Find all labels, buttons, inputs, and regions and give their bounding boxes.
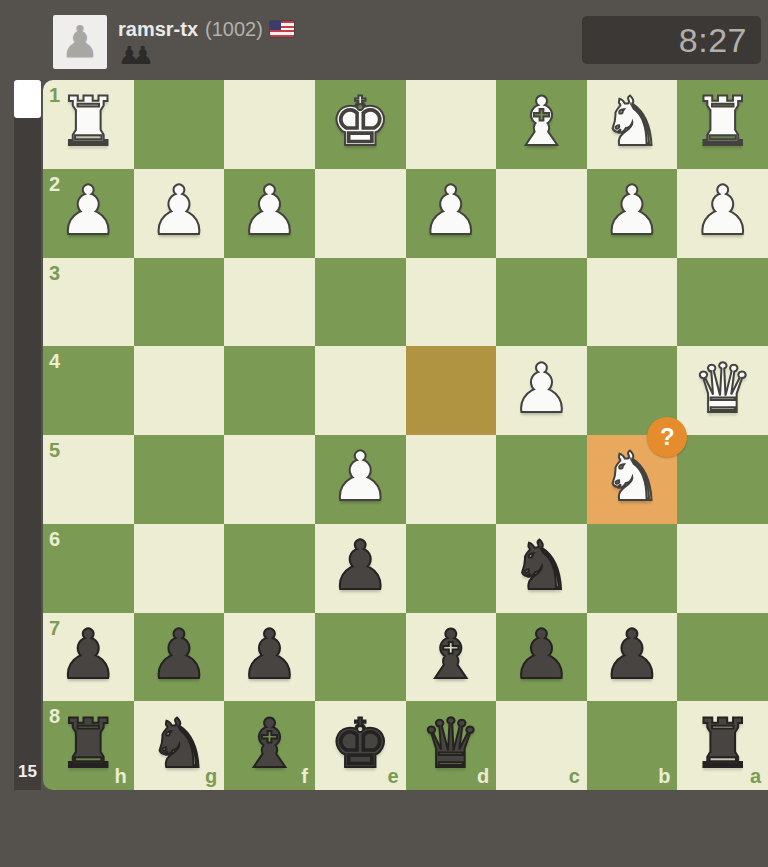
top-captured-pieces: ♟♟ [118,43,294,69]
piece-white-pawn[interactable]: ♟ [511,355,572,423]
piece-black-bishop[interactable]: ♝ [239,710,300,778]
file-label-b: b [658,766,670,786]
bottom-player-bar: satriotomo (1019) ♝ +1 8:41 [0,790,768,867]
square-d6[interactable] [406,524,497,613]
file-label-a: a [750,766,761,786]
file-label-e: e [387,766,398,786]
square-d3[interactable] [406,258,497,347]
square-a4[interactable]: ♛ [677,346,768,435]
piece-white-pawn[interactable]: ♟ [602,177,663,245]
square-h5[interactable]: 5 [43,435,134,524]
square-f4[interactable] [224,346,315,435]
square-h1[interactable]: ♜1 [43,80,134,169]
square-c3[interactable] [496,258,587,347]
rank-label-7: 7 [49,618,60,638]
square-b1[interactable]: ♞ [587,80,678,169]
piece-black-queen[interactable]: ♛ [420,710,481,778]
square-h2[interactable]: ♟2 [43,169,134,258]
square-b5[interactable]: ♞? [587,435,678,524]
square-e8[interactable]: ♚e [315,701,406,790]
square-g2[interactable]: ♟ [134,169,225,258]
square-a8[interactable]: ♜a [677,701,768,790]
piece-black-pawn[interactable]: ♟ [602,621,663,689]
square-e5[interactable]: ♟ [315,435,406,524]
square-f6[interactable] [224,524,315,613]
square-b6[interactable] [587,524,678,613]
piece-black-pawn[interactable]: ♟ [58,621,119,689]
square-h6[interactable]: 6 [43,524,134,613]
square-f3[interactable] [224,258,315,347]
eval-bar-thumb [14,80,41,118]
square-g5[interactable] [134,435,225,524]
chess-board: ♜1♚♝♞♜♟2♟♟♟♟♟34♟♛5♟♞?6♟♞♟7♟♟♝♟♟♜8h♞g♝f♚e… [43,80,768,790]
piece-black-rook[interactable]: ♜ [58,710,119,778]
square-e4[interactable] [315,346,406,435]
square-f8[interactable]: ♝f [224,701,315,790]
rank-label-3: 3 [49,263,60,283]
us-flag-icon [270,21,294,37]
file-label-d: d [477,766,489,786]
eval-bar: 15 [14,80,41,790]
captured-pawns-icon: ♟♟ [118,43,154,69]
rank-label-8: 8 [49,706,60,726]
piece-black-pawn[interactable]: ♟ [148,621,209,689]
piece-black-pawn[interactable]: ♟ [511,621,572,689]
piece-black-rook[interactable]: ♜ [692,710,753,778]
pawn-avatar-icon: ♟ [60,15,99,69]
square-d8[interactable]: ♛d [406,701,497,790]
square-f5[interactable] [224,435,315,524]
square-d1[interactable] [406,80,497,169]
square-e6[interactable]: ♟ [315,524,406,613]
piece-white-queen[interactable]: ♛ [692,355,753,423]
square-g4[interactable] [134,346,225,435]
square-h7[interactable]: ♟7 [43,613,134,702]
square-h3[interactable]: 3 [43,258,134,347]
piece-white-bishop[interactable]: ♝ [511,88,572,156]
square-c6[interactable]: ♞ [496,524,587,613]
rank-label-5: 5 [49,440,60,460]
square-a1[interactable]: ♜ [677,80,768,169]
move-number-label: 15 [14,762,41,782]
square-f1[interactable] [224,80,315,169]
square-g1[interactable] [134,80,225,169]
top-player-info[interactable]: ramsr-tx (1002) ♟♟ [118,18,294,69]
file-label-c: c [569,766,580,786]
top-player-rating: (1002) [205,18,263,41]
piece-white-pawn[interactable]: ♟ [239,177,300,245]
square-d2[interactable]: ♟ [406,169,497,258]
piece-white-knight[interactable]: ♞ [602,88,663,156]
piece-white-pawn[interactable]: ♟ [58,177,119,245]
square-b2[interactable]: ♟ [587,169,678,258]
piece-white-pawn[interactable]: ♟ [148,177,209,245]
rank-label-6: 6 [49,529,60,549]
top-player-name: ramsr-tx [118,18,198,41]
square-g6[interactable] [134,524,225,613]
top-player-clock: 8:27 [582,16,761,64]
square-d4[interactable] [406,346,497,435]
square-d5[interactable] [406,435,497,524]
square-a7[interactable] [677,613,768,702]
square-g8[interactable]: ♞g [134,701,225,790]
piece-black-king[interactable]: ♚ [330,710,391,778]
piece-black-knight[interactable]: ♞ [511,532,572,600]
square-c4[interactable]: ♟ [496,346,587,435]
square-g7[interactable]: ♟ [134,613,225,702]
square-a3[interactable] [677,258,768,347]
piece-white-pawn[interactable]: ♟ [692,177,753,245]
square-d7[interactable]: ♝ [406,613,497,702]
piece-black-pawn[interactable]: ♟ [330,532,391,600]
square-c5[interactable] [496,435,587,524]
rank-label-1: 1 [49,85,60,105]
file-label-g: g [205,766,217,786]
piece-black-knight[interactable]: ♞ [148,710,209,778]
square-c1[interactable]: ♝ [496,80,587,169]
piece-white-pawn[interactable]: ♟ [420,177,481,245]
square-g3[interactable] [134,258,225,347]
top-clock-time: 8:27 [679,21,761,60]
top-player-bar: ♟ ramsr-tx (1002) ♟♟ 8:27 [0,0,768,80]
square-h8[interactable]: ♜8h [43,701,134,790]
piece-white-pawn[interactable]: ♟ [330,443,391,511]
rank-label-4: 4 [49,351,60,371]
square-e2[interactable] [315,169,406,258]
square-c8[interactable]: c [496,701,587,790]
square-e7[interactable] [315,613,406,702]
piece-white-rook[interactable]: ♜ [58,88,119,156]
top-player-avatar[interactable]: ♟ [53,15,107,69]
square-e3[interactable] [315,258,406,347]
piece-white-rook[interactable]: ♜ [692,88,753,156]
piece-white-king[interactable]: ♚ [330,88,391,156]
square-f2[interactable]: ♟ [224,169,315,258]
piece-white-knight[interactable]: ♞ [602,443,663,511]
square-a5[interactable] [677,435,768,524]
rank-label-2: 2 [49,174,60,194]
square-a2[interactable]: ♟ [677,169,768,258]
file-label-f: f [301,766,308,786]
piece-black-pawn[interactable]: ♟ [239,621,300,689]
piece-black-bishop[interactable]: ♝ [420,621,481,689]
square-b7[interactable]: ♟ [587,613,678,702]
square-c7[interactable]: ♟ [496,613,587,702]
square-c2[interactable] [496,169,587,258]
square-e1[interactable]: ♚ [315,80,406,169]
square-b3[interactable] [587,258,678,347]
square-h4[interactable]: 4 [43,346,134,435]
square-f7[interactable]: ♟ [224,613,315,702]
square-a6[interactable] [677,524,768,613]
file-label-h: h [114,766,126,786]
square-b8[interactable]: b [587,701,678,790]
